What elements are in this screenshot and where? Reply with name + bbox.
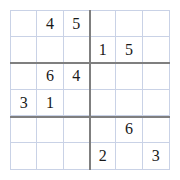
cell-r2c6[interactable] <box>143 37 169 63</box>
cell-r6c4: 2 <box>90 143 116 169</box>
cell-r2c2[interactable] <box>37 37 63 63</box>
cell-r3c3: 4 <box>64 64 90 90</box>
cell-r3c4[interactable] <box>90 64 116 90</box>
cell-r4c3[interactable] <box>64 90 90 116</box>
cell-r4c5[interactable] <box>116 90 142 116</box>
cell-r6c5[interactable] <box>116 143 142 169</box>
cell-r5c3[interactable] <box>64 116 90 142</box>
cell-r5c5: 6 <box>116 116 142 142</box>
cell-r4c4[interactable] <box>90 90 116 116</box>
cell-r3c5[interactable] <box>116 64 142 90</box>
cell-r1c4[interactable] <box>90 11 116 37</box>
cell-r2c4: 1 <box>90 37 116 63</box>
cell-r5c1[interactable] <box>11 116 37 142</box>
box-divider-horizontal-top <box>10 62 170 64</box>
box-divider-horizontal-bottom <box>10 116 170 118</box>
cell-r3c2: 6 <box>37 64 63 90</box>
cell-r1c6[interactable] <box>143 11 169 37</box>
cell-r2c1[interactable] <box>11 37 37 63</box>
cell-r2c3[interactable] <box>64 37 90 63</box>
cell-r4c1: 3 <box>11 90 37 116</box>
cell-r6c3[interactable] <box>64 143 90 169</box>
cell-r1c5[interactable] <box>116 11 142 37</box>
cell-r6c1[interactable] <box>11 143 37 169</box>
cell-r5c2[interactable] <box>37 116 63 142</box>
cell-r1c2: 4 <box>37 11 63 37</box>
cell-r5c4[interactable] <box>90 116 116 142</box>
cell-r3c6[interactable] <box>143 64 169 90</box>
cell-r5c6[interactable] <box>143 116 169 142</box>
cell-r6c6: 3 <box>143 143 169 169</box>
cell-r1c1[interactable] <box>11 11 37 37</box>
cell-r4c2: 1 <box>37 90 63 116</box>
cell-r6c2[interactable] <box>37 143 63 169</box>
box-divider-vertical <box>89 10 91 170</box>
cell-r3c1[interactable] <box>11 64 37 90</box>
cell-r4c6[interactable] <box>143 90 169 116</box>
cell-r1c3: 5 <box>64 11 90 37</box>
sudoku-puzzle: 45156431623 <box>0 0 180 180</box>
cell-r2c5: 5 <box>116 37 142 63</box>
